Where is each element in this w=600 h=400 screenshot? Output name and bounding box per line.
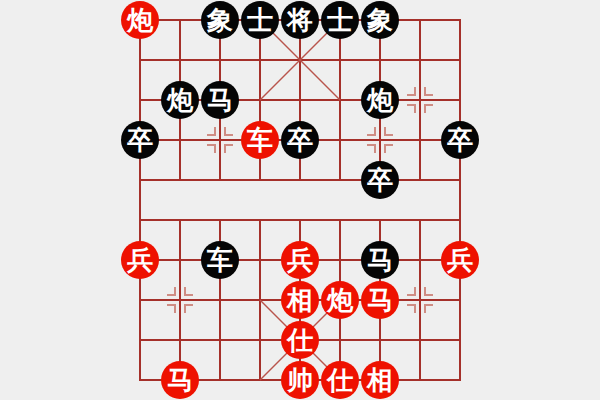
piece-red-cannon[interactable]: 炮	[321, 281, 359, 319]
piece-black-horse[interactable]: 马	[361, 241, 399, 279]
piece-black-cannon[interactable]: 炮	[361, 81, 399, 119]
piece-black-soldier[interactable]: 卒	[361, 161, 399, 199]
piece-red-soldier[interactable]: 兵	[441, 241, 479, 279]
piece-black-general[interactable]: 将	[281, 1, 319, 39]
piece-red-chariot[interactable]: 车	[241, 121, 279, 159]
piece-black-chariot[interactable]: 车	[201, 241, 239, 279]
piece-black-horse[interactable]: 马	[201, 81, 239, 119]
piece-red-cannon[interactable]: 炮	[121, 1, 159, 39]
piece-red-horse[interactable]: 马	[361, 281, 399, 319]
piece-red-advisor[interactable]: 仕	[321, 361, 359, 399]
piece-red-advisor[interactable]: 仕	[281, 321, 319, 359]
piece-black-elephant[interactable]: 象	[361, 1, 399, 39]
piece-black-soldier[interactable]: 卒	[121, 121, 159, 159]
piece-black-advisor[interactable]: 士	[321, 1, 359, 39]
piece-black-advisor[interactable]: 士	[241, 1, 279, 39]
piece-red-soldier[interactable]: 兵	[281, 241, 319, 279]
piece-black-soldier[interactable]: 卒	[281, 121, 319, 159]
piece-red-elephant[interactable]: 相	[361, 361, 399, 399]
piece-red-soldier[interactable]: 兵	[121, 241, 159, 279]
piece-red-elephant[interactable]: 相	[281, 281, 319, 319]
piece-black-soldier[interactable]: 卒	[441, 121, 479, 159]
piece-red-king[interactable]: 帅	[281, 361, 319, 399]
piece-black-cannon[interactable]: 炮	[161, 81, 199, 119]
piece-black-elephant[interactable]: 象	[201, 1, 239, 39]
xiangqi-board: 炮象士将士象炮马炮卒车卒卒卒兵车兵马兵相炮马仕马帅仕相	[0, 0, 600, 400]
pieces-layer: 炮象士将士象炮马炮卒车卒卒卒兵车兵马兵相炮马仕马帅仕相	[0, 0, 600, 400]
piece-red-horse[interactable]: 马	[161, 361, 199, 399]
